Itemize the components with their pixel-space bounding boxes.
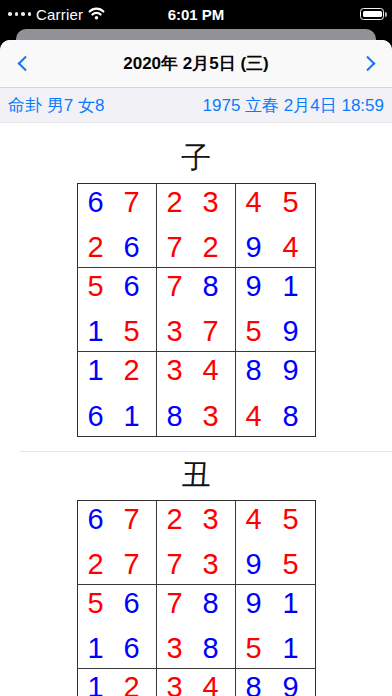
palace-cell: 2372 [157, 184, 236, 268]
info-row: 命卦 男7 女8 1975 立春 2月4日 18:59 [0, 88, 392, 123]
chevron-right-icon [359, 56, 375, 72]
modal-sheet: 2020年 2月5日 (三) 命卦 男7 女8 1975 立春 2月4日 18:… [0, 40, 392, 696]
palace-cell: 4595 [236, 501, 315, 585]
star-number: 8 [240, 355, 268, 386]
battery-icon [360, 8, 384, 20]
star-number: 5 [277, 187, 305, 218]
star-number: 2 [161, 504, 189, 535]
star-number: 3 [161, 355, 189, 386]
palace-cell: 89 [236, 669, 315, 696]
status-time: 6:01 PM [0, 6, 392, 23]
date-title: 2020年 2月5日 (三) [123, 52, 269, 75]
chevron-left-icon [17, 56, 33, 72]
star-number: 5 [118, 316, 146, 347]
palace-cell: 34 [157, 669, 236, 696]
star-number: 2 [82, 232, 110, 263]
star-number: 9 [277, 355, 305, 386]
star-number: 8 [197, 271, 225, 302]
star-number: 2 [161, 187, 189, 218]
star-number: 5 [277, 504, 305, 535]
star-number: 7 [161, 271, 189, 302]
palace-cell: 6726 [78, 184, 157, 268]
star-number: 6 [82, 187, 110, 218]
palace-cell: 12 [78, 669, 157, 696]
star-number: 1 [82, 355, 110, 386]
section-separator [20, 451, 392, 452]
palace-cell: 7837 [157, 268, 236, 352]
star-number: 9 [277, 316, 305, 347]
star-number: 3 [197, 187, 225, 218]
star-number: 1 [277, 588, 305, 619]
palace-cell: 1261 [78, 352, 157, 436]
star-number: 3 [197, 401, 225, 432]
star-number: 7 [161, 588, 189, 619]
palace-cell: 5615 [78, 268, 157, 352]
star-number: 1 [82, 633, 110, 664]
star-number: 7 [118, 504, 146, 535]
star-number: 3 [161, 316, 189, 347]
star-number: 2 [118, 355, 146, 386]
chart-title-zi: 子 [0, 143, 392, 173]
status-right [360, 8, 384, 20]
chart-title-chou: 丑 [0, 460, 392, 490]
star-number: 8 [197, 633, 225, 664]
palace-cell: 4594 [236, 184, 315, 268]
palace-cell: 9159 [236, 268, 315, 352]
star-number: 3 [161, 633, 189, 664]
palace-cell: 8948 [236, 352, 315, 436]
star-number: 3 [197, 549, 225, 580]
star-number: 8 [277, 401, 305, 432]
flying-star-board-zi: 672623724594561578379159126134838948 [77, 183, 316, 437]
star-number: 3 [161, 672, 189, 696]
star-number: 6 [118, 271, 146, 302]
star-number: 4 [197, 355, 225, 386]
star-number: 4 [240, 187, 268, 218]
star-number: 2 [118, 672, 146, 696]
star-number: 9 [277, 672, 305, 696]
star-number: 4 [277, 232, 305, 263]
previous-day-button[interactable] [0, 40, 44, 87]
star-number: 1 [277, 271, 305, 302]
next-day-button[interactable] [348, 40, 392, 87]
flying-star-board-chou: 672723734595561678389151123489 [77, 500, 316, 696]
star-number: 7 [197, 316, 225, 347]
life-gua-label: 命卦 男7 女8 [8, 94, 104, 117]
app-screen: Carrier 6:01 PM 2020年 2月5日 (三) [0, 0, 392, 696]
star-number: 8 [197, 588, 225, 619]
navigation-bar: 2020年 2月5日 (三) [0, 40, 392, 88]
star-number: 4 [240, 401, 268, 432]
star-number: 6 [82, 401, 110, 432]
star-number: 1 [82, 316, 110, 347]
star-number: 1 [277, 633, 305, 664]
star-number: 7 [118, 549, 146, 580]
palace-cell: 9151 [236, 585, 315, 669]
palace-cell: 2373 [157, 501, 236, 585]
star-number: 8 [240, 672, 268, 696]
star-number: 9 [240, 588, 268, 619]
star-number: 5 [82, 271, 110, 302]
status-bar: Carrier 6:01 PM [0, 0, 392, 28]
star-number: 4 [197, 672, 225, 696]
star-number: 6 [118, 232, 146, 263]
star-number: 4 [240, 504, 268, 535]
star-number: 5 [240, 316, 268, 347]
star-number: 6 [118, 588, 146, 619]
star-number: 7 [161, 549, 189, 580]
star-number: 5 [82, 588, 110, 619]
palace-cell: 6727 [78, 501, 157, 585]
palace-cell: 3483 [157, 352, 236, 436]
star-number: 6 [82, 504, 110, 535]
charts-content: 子 672623724594561578379159126134838948 丑… [0, 143, 392, 696]
palace-cell: 7838 [157, 585, 236, 669]
star-number: 1 [82, 672, 110, 696]
solar-term-label: 1975 立春 2月4日 18:59 [203, 94, 384, 117]
star-number: 8 [161, 401, 189, 432]
star-number: 9 [240, 232, 268, 263]
star-number: 7 [118, 187, 146, 218]
star-number: 2 [197, 232, 225, 263]
palace-cell: 5616 [78, 585, 157, 669]
star-number: 1 [118, 401, 146, 432]
star-number: 6 [118, 633, 146, 664]
star-number: 9 [240, 271, 268, 302]
star-number: 5 [277, 549, 305, 580]
star-number: 2 [82, 549, 110, 580]
star-number: 9 [240, 549, 268, 580]
star-number: 3 [197, 504, 225, 535]
star-number: 5 [240, 633, 268, 664]
star-number: 7 [161, 232, 189, 263]
